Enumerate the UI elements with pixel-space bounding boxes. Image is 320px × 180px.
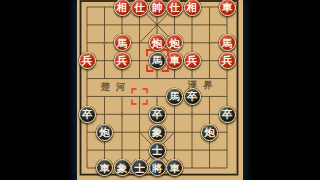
piece-red-horse[interactable]: 馬: [219, 34, 236, 51]
piece-black-cannon[interactable]: 炮: [96, 124, 113, 141]
piece-black-elephant[interactable]: 象: [149, 124, 166, 141]
piece-red-general[interactable]: 帥: [149, 0, 166, 16]
piece-black-horse[interactable]: 馬: [166, 88, 183, 105]
piece-black-soldier[interactable]: 卒: [149, 106, 166, 123]
piece-red-advisor[interactable]: 仕: [166, 0, 183, 16]
piece-black-general[interactable]: 將: [149, 159, 166, 176]
app-background: 楚河 漢界 相仕帥仕相車馬炮炮馬兵兵馬車兵兵馬卒卒卒卒炮象炮士車象士將車: [0, 0, 320, 180]
piece-red-soldier[interactable]: 兵: [79, 52, 96, 69]
piece-black-elephant[interactable]: 象: [114, 159, 131, 176]
piece-black-cannon[interactable]: 炮: [201, 124, 218, 141]
piece-red-advisor[interactable]: 仕: [131, 0, 148, 16]
piece-black-soldier[interactable]: 卒: [219, 106, 236, 123]
piece-black-horse[interactable]: 馬: [149, 52, 166, 69]
piece-red-horse[interactable]: 馬: [114, 34, 131, 51]
piece-red-soldier[interactable]: 兵: [184, 52, 201, 69]
piece-black-soldier[interactable]: 卒: [79, 106, 96, 123]
piece-red-elephant[interactable]: 相: [114, 0, 131, 16]
xiangqi-board[interactable]: 楚河 漢界 相仕帥仕相車馬炮炮馬兵兵馬車兵兵馬卒卒卒卒炮象炮士車象士將車: [77, 0, 243, 180]
piece-black-soldier[interactable]: 卒: [184, 88, 201, 105]
piece-red-soldier[interactable]: 兵: [219, 52, 236, 69]
piece-red-chariot[interactable]: 車: [219, 0, 236, 16]
piece-red-cannon[interactable]: 炮: [149, 34, 166, 51]
piece-red-soldier[interactable]: 兵: [114, 52, 131, 69]
piece-red-elephant[interactable]: 相: [184, 0, 201, 16]
piece-black-advisor[interactable]: 士: [149, 142, 166, 159]
